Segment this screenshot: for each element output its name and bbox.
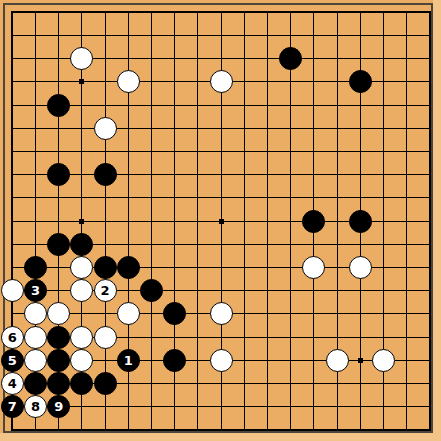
stone-black[interactable] (24, 256, 47, 279)
star-point (79, 79, 84, 84)
stone-white[interactable] (372, 349, 395, 372)
stone-white[interactable] (326, 349, 349, 372)
stone-black[interactable] (47, 233, 70, 256)
stone-white[interactable] (70, 326, 93, 349)
stone-white[interactable] (210, 70, 233, 93)
move-4-stone-white[interactable]: 4 (1, 372, 24, 395)
grid-vertical-line (267, 11, 268, 431)
stone-black[interactable] (94, 372, 117, 395)
stone-white[interactable] (210, 349, 233, 372)
stone-white[interactable] (24, 326, 47, 349)
stone-black[interactable] (24, 372, 47, 395)
move-number-label: 3 (31, 284, 40, 297)
move-number-label: 9 (54, 400, 63, 413)
move-number-label: 6 (8, 331, 17, 344)
stone-black[interactable] (94, 163, 117, 186)
stone-black[interactable] (163, 349, 186, 372)
stone-white[interactable] (210, 302, 233, 325)
grid-vertical-line (290, 11, 291, 431)
stone-black[interactable] (349, 210, 372, 233)
move-number-label: 2 (101, 284, 110, 297)
move-6-stone-white[interactable]: 6 (1, 326, 24, 349)
go-board[interactable]: 123456789 (0, 0, 441, 441)
stone-black[interactable] (47, 349, 70, 372)
move-5-stone-black[interactable]: 5 (1, 349, 24, 372)
stone-white[interactable] (94, 326, 117, 349)
stone-black[interactable] (47, 326, 70, 349)
move-number-label: 1 (124, 354, 133, 367)
stone-black[interactable] (47, 94, 70, 117)
grid-vertical-line (429, 11, 431, 431)
move-1-stone-black[interactable]: 1 (117, 349, 140, 372)
move-number-label: 4 (8, 377, 17, 390)
stone-white[interactable] (94, 117, 117, 140)
stone-white[interactable] (24, 349, 47, 372)
board-edge-highlight-bottom (0, 433, 441, 441)
move-2-stone-white[interactable]: 2 (94, 279, 117, 302)
grid-vertical-line (406, 11, 407, 431)
grid-horizontal-line (11, 429, 431, 431)
grid-horizontal-line (11, 406, 431, 407)
move-number-label: 7 (8, 400, 17, 413)
stone-white[interactable] (1, 279, 24, 302)
star-point (358, 358, 363, 363)
move-number-label: 5 (8, 354, 17, 367)
star-point (79, 219, 84, 224)
board-edge-highlight-right (433, 0, 441, 441)
star-point (219, 219, 224, 224)
stone-white[interactable] (349, 256, 372, 279)
grid-vertical-line (244, 11, 245, 431)
move-7-stone-black[interactable]: 7 (1, 395, 24, 418)
stone-black[interactable] (94, 256, 117, 279)
stone-black[interactable] (302, 210, 325, 233)
move-number-label: 8 (31, 400, 40, 413)
stone-black[interactable] (117, 256, 140, 279)
